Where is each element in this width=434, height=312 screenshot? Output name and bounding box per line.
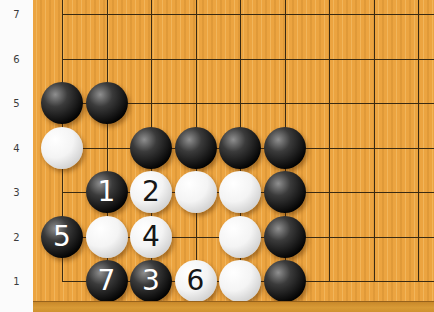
black-stone[interactable]: [86, 82, 128, 124]
black-stone-move-5[interactable]: 5: [41, 216, 83, 258]
board-bottom-edge: [33, 301, 434, 312]
row-label-1: 1: [0, 276, 33, 287]
row-label-5: 5: [0, 98, 33, 109]
white-stone[interactable]: [219, 216, 261, 258]
black-stone[interactable]: [41, 82, 83, 124]
row-label-6: 6: [0, 53, 33, 64]
white-stone[interactable]: [219, 171, 261, 213]
black-stone-move-7[interactable]: 7: [86, 260, 128, 302]
go-board[interactable]: 1254736: [0, 0, 434, 312]
move-number: 4: [142, 223, 160, 251]
row-label-2: 2: [0, 231, 33, 242]
black-stone-move-3[interactable]: 3: [130, 260, 172, 302]
black-stone[interactable]: [264, 127, 306, 169]
white-stone-move-6[interactable]: 6: [175, 260, 217, 302]
row-label-7: 7: [0, 9, 33, 20]
row-label-4: 4: [0, 142, 33, 153]
white-stone-move-4[interactable]: 4: [130, 216, 172, 258]
row-label-3: 3: [0, 187, 33, 198]
move-number: 7: [98, 267, 116, 295]
move-number: 2: [142, 178, 160, 206]
move-number: 5: [53, 223, 71, 251]
white-stone-move-2[interactable]: 2: [130, 171, 172, 213]
white-stone[interactable]: [41, 127, 83, 169]
move-number: 1: [98, 178, 116, 206]
black-stone[interactable]: [264, 171, 306, 213]
black-stone[interactable]: [219, 127, 261, 169]
coordinate-strip: 7654321: [0, 0, 33, 312]
white-stone[interactable]: [86, 216, 128, 258]
black-stone[interactable]: [264, 216, 306, 258]
white-stone[interactable]: [219, 260, 261, 302]
black-stone[interactable]: [175, 127, 217, 169]
black-stone[interactable]: [264, 260, 306, 302]
move-number: 3: [142, 267, 160, 295]
go-diagram-screen: 1254736 7654321: [0, 0, 434, 312]
move-number: 6: [187, 267, 205, 295]
white-stone[interactable]: [175, 171, 217, 213]
black-stone-move-1[interactable]: 1: [86, 171, 128, 213]
black-stone[interactable]: [130, 127, 172, 169]
